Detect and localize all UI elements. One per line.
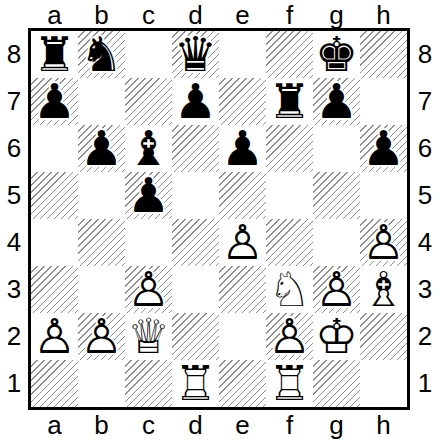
- square-c1[interactable]: [125, 360, 172, 407]
- piece-glyph: ♖: [172, 360, 219, 407]
- black-rook[interactable]: ♜♜: [31, 31, 78, 78]
- square-f4[interactable]: [266, 219, 313, 266]
- white-pawn[interactable]: ♟♙: [313, 266, 360, 313]
- square-e2[interactable]: [219, 313, 266, 360]
- square-c5[interactable]: ♟♟: [125, 172, 172, 219]
- chess-diagram: abcdefgh 87654321 ♜♜♞♞♛♛♚♚♟♟♟♟♜♜♟♟♟♟♝♝♟♟…: [0, 0, 440, 440]
- piece-glyph: ♙: [31, 313, 78, 360]
- piece-glyph: ♛: [172, 31, 219, 78]
- square-e1[interactable]: [219, 360, 266, 407]
- black-queen[interactable]: ♛♛: [172, 31, 219, 78]
- rank-label-7: 7: [410, 78, 440, 125]
- square-a8[interactable]: ♜♜: [31, 31, 78, 78]
- square-h7[interactable]: [360, 78, 407, 125]
- square-d2[interactable]: [172, 313, 219, 360]
- piece-glyph: ♟: [125, 172, 172, 219]
- square-h4[interactable]: ♟♙: [360, 219, 407, 266]
- black-pawn[interactable]: ♟♟: [360, 125, 407, 172]
- square-h3[interactable]: ♝♗: [360, 266, 407, 313]
- rank-label-5: 5: [0, 172, 28, 219]
- square-c8[interactable]: [125, 31, 172, 78]
- square-d1[interactable]: ♜♖: [172, 360, 219, 407]
- rank-label-8: 8: [0, 31, 28, 78]
- file-label-f: f: [266, 410, 313, 440]
- file-label-a: a: [31, 410, 78, 440]
- piece-glyph: ♖: [266, 360, 313, 407]
- white-knight[interactable]: ♞♘: [266, 266, 313, 313]
- black-rook[interactable]: ♜♜: [266, 78, 313, 125]
- black-pawn[interactable]: ♟♟: [31, 78, 78, 125]
- file-labels-bottom: abcdefgh: [31, 410, 407, 440]
- file-labels-top: abcdefgh: [31, 0, 407, 28]
- file-label-h: h: [360, 410, 407, 440]
- rank-label-4: 4: [0, 219, 28, 266]
- black-pawn[interactable]: ♟♟: [219, 125, 266, 172]
- rank-label-1: 1: [410, 360, 440, 407]
- square-g8[interactable]: ♚♚: [313, 31, 360, 78]
- black-king[interactable]: ♚♚: [313, 31, 360, 78]
- piece-glyph: ♟: [31, 78, 78, 125]
- square-g7[interactable]: ♟♟: [313, 78, 360, 125]
- square-h2[interactable]: [360, 313, 407, 360]
- square-b3[interactable]: [78, 266, 125, 313]
- rank-label-2: 2: [0, 313, 28, 360]
- square-b5[interactable]: [78, 172, 125, 219]
- square-b4[interactable]: [78, 219, 125, 266]
- white-bishop[interactable]: ♝♗: [360, 266, 407, 313]
- square-a2[interactable]: ♟♙: [31, 313, 78, 360]
- square-b6[interactable]: ♟♟: [78, 125, 125, 172]
- piece-glyph: ♘: [266, 266, 313, 313]
- rank-label-6: 6: [0, 125, 28, 172]
- piece-glyph: ♔: [313, 313, 360, 360]
- square-f8[interactable]: [266, 31, 313, 78]
- piece-glyph: ♙: [313, 266, 360, 313]
- piece-glyph: ♜: [266, 78, 313, 125]
- square-d3[interactable]: [172, 266, 219, 313]
- square-g5[interactable]: [313, 172, 360, 219]
- white-pawn[interactable]: ♟♙: [78, 313, 125, 360]
- piece-glyph: ♟: [172, 78, 219, 125]
- piece-glyph: ♙: [360, 219, 407, 266]
- rank-label-5: 5: [410, 172, 440, 219]
- white-pawn[interactable]: ♟♙: [125, 266, 172, 313]
- white-pawn[interactable]: ♟♙: [219, 219, 266, 266]
- file-label-c: c: [125, 410, 172, 440]
- white-rook[interactable]: ♜♖: [172, 360, 219, 407]
- rank-label-6: 6: [410, 125, 440, 172]
- piece-glyph: ♙: [78, 313, 125, 360]
- piece-glyph: ♙: [219, 219, 266, 266]
- square-e4[interactable]: ♟♙: [219, 219, 266, 266]
- black-pawn[interactable]: ♟♟: [313, 78, 360, 125]
- piece-glyph: ♟: [313, 78, 360, 125]
- piece-glyph: ♟: [360, 125, 407, 172]
- black-pawn[interactable]: ♟♟: [172, 78, 219, 125]
- square-c2[interactable]: ♛♕: [125, 313, 172, 360]
- black-knight[interactable]: ♞♞: [78, 31, 125, 78]
- white-pawn[interactable]: ♟♙: [266, 313, 313, 360]
- square-d6[interactable]: [172, 125, 219, 172]
- piece-glyph: ♜: [31, 31, 78, 78]
- rank-label-7: 7: [0, 78, 28, 125]
- square-f7[interactable]: ♜♜: [266, 78, 313, 125]
- piece-glyph: ♟: [78, 125, 125, 172]
- black-pawn[interactable]: ♟♟: [125, 172, 172, 219]
- rank-label-4: 4: [410, 219, 440, 266]
- square-a3[interactable]: [31, 266, 78, 313]
- piece-glyph: ♗: [360, 266, 407, 313]
- square-b7[interactable]: [78, 78, 125, 125]
- square-d4[interactable]: [172, 219, 219, 266]
- square-c7[interactable]: [125, 78, 172, 125]
- black-pawn[interactable]: ♟♟: [78, 125, 125, 172]
- square-a6[interactable]: [31, 125, 78, 172]
- square-e7[interactable]: [219, 78, 266, 125]
- chess-board: ♜♜♞♞♛♛♚♚♟♟♟♟♜♜♟♟♟♟♝♝♟♟♟♟♟♟♟♙♟♙♟♙♞♘♟♙♝♗♟♙…: [28, 28, 410, 410]
- square-e8[interactable]: [219, 31, 266, 78]
- square-h6[interactable]: ♟♟: [360, 125, 407, 172]
- square-d5[interactable]: [172, 172, 219, 219]
- square-f6[interactable]: [266, 125, 313, 172]
- square-d8[interactable]: ♛♛: [172, 31, 219, 78]
- square-f3[interactable]: ♞♘: [266, 266, 313, 313]
- square-e5[interactable]: [219, 172, 266, 219]
- square-e6[interactable]: ♟♟: [219, 125, 266, 172]
- rank-labels-left: 87654321: [0, 31, 28, 407]
- black-bishop[interactable]: ♝♝: [125, 125, 172, 172]
- square-b2[interactable]: ♟♙: [78, 313, 125, 360]
- rank-label-1: 1: [0, 360, 28, 407]
- square-f2[interactable]: ♟♙: [266, 313, 313, 360]
- square-b8[interactable]: ♞♞: [78, 31, 125, 78]
- rank-label-2: 2: [410, 313, 440, 360]
- white-queen[interactable]: ♛♕: [125, 313, 172, 360]
- square-g6[interactable]: [313, 125, 360, 172]
- rank-label-3: 3: [0, 266, 28, 313]
- rank-label-8: 8: [410, 31, 440, 78]
- square-f5[interactable]: [266, 172, 313, 219]
- square-f1[interactable]: ♜♖: [266, 360, 313, 407]
- square-c6[interactable]: ♝♝: [125, 125, 172, 172]
- square-a1[interactable]: [31, 360, 78, 407]
- file-label-e: e: [219, 410, 266, 440]
- square-h8[interactable]: [360, 31, 407, 78]
- piece-glyph: ♕: [125, 313, 172, 360]
- square-b1[interactable]: [78, 360, 125, 407]
- file-label-d: d: [172, 410, 219, 440]
- square-e3[interactable]: [219, 266, 266, 313]
- rank-label-3: 3: [410, 266, 440, 313]
- square-g4[interactable]: [313, 219, 360, 266]
- file-label-g: g: [313, 410, 360, 440]
- piece-glyph: ♙: [125, 266, 172, 313]
- square-h1[interactable]: [360, 360, 407, 407]
- white-rook[interactable]: ♜♖: [266, 360, 313, 407]
- square-a5[interactable]: [31, 172, 78, 219]
- square-a4[interactable]: [31, 219, 78, 266]
- white-king[interactable]: ♚♔: [313, 313, 360, 360]
- square-d7[interactable]: ♟♟: [172, 78, 219, 125]
- piece-glyph: ♚: [313, 31, 360, 78]
- piece-glyph: ♞: [78, 31, 125, 78]
- piece-glyph: ♙: [266, 313, 313, 360]
- square-g2[interactable]: ♚♔: [313, 313, 360, 360]
- square-a7[interactable]: ♟♟: [31, 78, 78, 125]
- square-h5[interactable]: [360, 172, 407, 219]
- white-pawn[interactable]: ♟♙: [31, 313, 78, 360]
- white-pawn[interactable]: ♟♙: [360, 219, 407, 266]
- square-c4[interactable]: [125, 219, 172, 266]
- square-c3[interactable]: ♟♙: [125, 266, 172, 313]
- square-g1[interactable]: [313, 360, 360, 407]
- square-g3[interactable]: ♟♙: [313, 266, 360, 313]
- file-label-b: b: [78, 410, 125, 440]
- piece-glyph: ♟: [219, 125, 266, 172]
- rank-labels-right: 87654321: [410, 31, 440, 407]
- piece-glyph: ♝: [125, 125, 172, 172]
